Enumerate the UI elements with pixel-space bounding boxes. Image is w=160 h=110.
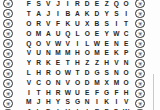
grid-cell[interactable]: D [92,9,102,19]
bead-spoke-glyph: ✳ [5,71,10,77]
grid-cell[interactable]: T [121,19,131,29]
grid-cell[interactable]: H [121,87,131,97]
grid-cell[interactable]: W [63,87,73,97]
grid-cell[interactable]: Y [102,28,112,38]
grid-cell[interactable]: N [112,68,122,78]
grid-cell[interactable]: W [53,38,63,48]
grid-cell[interactable]: G [102,87,112,97]
grid-cell[interactable]: Y [24,58,34,68]
bead-spoke-glyph: ✳ [137,51,142,57]
bead-spoke-glyph: ✳ [137,81,142,87]
grid-cell[interactable]: I [112,19,122,29]
grid-cell[interactable]: Y [102,9,112,19]
grid-cell[interactable]: G [92,68,102,78]
grid-cell[interactable]: Y [53,97,63,107]
chain-bead-icon: ✳ [3,89,12,98]
grid-cell[interactable]: N [82,97,92,107]
bead-spoke-glyph: ✳ [137,1,142,7]
grid-cell[interactable]: D [82,68,92,78]
bead-spoke-glyph: ✳ [5,101,10,107]
grid-cell[interactable]: D [112,107,122,110]
grid-cell[interactable]: N [43,48,53,58]
grid-cell[interactable]: M [24,97,34,107]
grid-cell[interactable]: I [73,38,83,48]
grid-cell[interactable]: S [112,9,122,19]
grid-cell[interactable]: R [34,19,44,29]
grid-cell[interactable]: O [24,28,34,38]
grid-cell[interactable]: F [53,19,63,29]
grid-cell[interactable]: Z [92,58,102,68]
bead-spoke-glyph: ✳ [5,51,10,57]
chain-bead-icon: ✳ [3,69,12,78]
bead-spoke-glyph: ✳ [137,71,142,77]
grid-cell[interactable]: W [63,68,73,78]
grid-cell[interactable]: A [34,9,44,19]
chain-bead-icon: ✳ [3,29,12,38]
bead-spoke-glyph: ✳ [5,21,10,27]
chain-bead-icon: ✳ [135,59,144,68]
grid-cell[interactable]: D [82,0,92,9]
grid-cell[interactable]: C [34,77,44,87]
chain-bead-icon: ✳ [135,29,144,38]
chain-bead-icon: ✳ [135,79,144,88]
grid-cell[interactable]: U [34,48,44,58]
grid-cell[interactable]: I [112,97,122,107]
grid-cell[interactable]: R [73,0,83,9]
grid-cell[interactable]: H [34,68,44,78]
grid-cell[interactable]: E [92,107,102,110]
grid-cell[interactable]: M [112,77,122,87]
grid-cell[interactable]: S [63,97,73,107]
chain-bead-icon: ✳ [135,69,144,78]
grid-cell[interactable]: K [102,97,112,107]
grid-cell[interactable]: O [121,68,131,78]
grid-cell[interactable]: T [73,68,83,78]
grid-cell[interactable]: J [43,9,53,19]
grid-cell[interactable]: K [63,19,73,29]
chain-bead-icon: ✳ [135,89,144,98]
chain-bead-icon: ✳ [3,79,12,88]
chain-bead-icon: ✳ [3,9,12,18]
grid-cell[interactable]: G [73,97,83,107]
grid-cell[interactable]: J [53,0,63,9]
grid-cell[interactable]: M [92,77,102,87]
grid-cell[interactable]: C [121,28,131,38]
grid-cell[interactable]: V [24,77,34,87]
grid-cell[interactable]: R [53,87,63,97]
grid-cell[interactable]: I [92,97,102,107]
grid-cell[interactable]: M [63,48,73,58]
grid-cell[interactable]: M [53,48,63,58]
chain-bead-icon: ✳ [3,59,12,68]
grid-cell[interactable]: O [73,77,83,87]
grid-cell[interactable]: K [43,58,53,68]
grid-cell[interactable]: W [92,38,102,48]
grid-cell[interactable]: Q [112,0,122,9]
grid-cell[interactable]: I [53,107,63,110]
grid-cell[interactable]: H [73,58,83,68]
grid-cell[interactable]: O [34,38,44,48]
grid-cell[interactable]: T [34,87,44,97]
grid-cell[interactable]: I [53,9,63,19]
bead-spoke-glyph: ✳ [137,91,142,97]
grid-cell[interactable]: U [73,87,83,97]
grid-cell[interactable]: V [112,58,122,68]
chain-bead-icon: ✳ [135,0,144,8]
chain-bead-icon: ✳ [3,49,12,58]
grid-cell[interactable]: V [63,107,73,110]
bead-spoke-glyph: ✳ [137,61,142,67]
chain-bead-icon: ✳ [135,9,144,18]
chain-bead-icon: ✳ [3,39,12,48]
grid-cell[interactable]: E [92,28,102,38]
grid-cell[interactable]: F [112,87,122,97]
grid-cell[interactable]: V [43,38,53,48]
chain-bead-icon: ✳ [3,109,12,110]
grid-cell[interactable]: E [121,38,131,48]
grid-cell[interactable]: V [24,48,34,58]
chain-bead-icon: ✳ [135,39,144,48]
grid-cell[interactable]: V [63,38,73,48]
grid-cell[interactable]: P [121,48,131,58]
grid-cell[interactable]: Z [82,58,92,68]
grid-cell[interactable]: O [24,19,34,29]
grid-cell[interactable]: S [102,19,112,29]
grid-cell[interactable]: L [24,68,34,78]
grid-cell[interactable]: E [82,87,92,97]
grid-cell[interactable]: F [92,87,102,97]
grid-cell[interactable]: E [92,0,102,9]
grid-cell[interactable]: O [82,28,92,38]
chain-bead-icon: ✳ [135,99,144,108]
bead-spoke-glyph: ✳ [5,91,10,97]
grid-cell[interactable]: L [73,28,83,38]
grid-cell[interactable]: O [43,77,53,87]
grid-cell[interactable]: Z [102,0,112,9]
grid-cell[interactable]: T [63,58,73,68]
grid-cell[interactable]: B [92,19,102,29]
grid-cell[interactable]: H [73,48,83,58]
bead-spoke-glyph: ✳ [137,11,142,17]
grid-cell[interactable]: I [63,0,73,9]
grid-cell[interactable]: X [82,19,92,29]
bead-spoke-glyph: ✳ [5,81,10,87]
grid-cell[interactable]: V [63,77,73,87]
grid-cell[interactable]: H [43,97,53,107]
grid-cell[interactable]: X [102,77,112,87]
grid-cell[interactable]: A [73,9,83,19]
chain-bead-icon: ✳ [135,49,144,58]
bead-spoke-glyph: ✳ [5,11,10,17]
chain-border-left: ✳✳✳✳✳✳✳✳✳✳✳✳✳ [3,0,13,110]
grid-cell[interactable]: U [73,19,83,29]
grid-cell[interactable]: I [24,87,34,97]
grid-cell[interactable]: K [82,9,92,19]
grid-cell[interactable]: S [102,68,112,78]
grid-cell[interactable]: P [102,107,112,110]
grid-cell[interactable]: D [82,77,92,87]
bead-spoke-glyph: ✳ [137,101,142,107]
grid-cell[interactable]: J [34,97,44,107]
chain-bead-icon: ✳ [135,109,144,110]
grid-cell[interactable]: R [43,68,53,78]
grid-cell[interactable]: V [43,19,53,29]
grid-cell[interactable]: M [92,48,102,58]
grid-cell[interactable]: N [112,38,122,48]
grid-cell[interactable]: H [43,87,53,97]
grid-cell[interactable]: E [53,58,63,68]
bead-spoke-glyph: ✳ [5,41,10,47]
chain-bead-icon: ✳ [135,19,144,28]
grid-cell[interactable]: T [24,9,34,19]
bead-spoke-glyph: ✳ [137,31,142,37]
grid-cell[interactable]: E [102,48,112,58]
grid-cell[interactable]: Q [63,28,73,38]
chain-border-right: ✳✳✳✳✳✳✳✳✳✳✳✳✳ [135,0,145,110]
grid-cell[interactable]: O [121,0,131,9]
grid-cell[interactable]: A [43,28,53,38]
bead-spoke-glyph: ✳ [137,21,142,27]
vertical-fine-print [153,74,154,110]
grid-cell[interactable]: I [73,107,83,110]
bead-spoke-glyph: ✳ [5,1,10,7]
chain-bead-icon: ✳ [3,0,12,8]
chain-bead-icon: ✳ [3,99,12,108]
grid-cell[interactable]: W [121,107,131,110]
grid-cell[interactable]: R [34,58,44,68]
grid-cell[interactable]: I [121,9,131,19]
grid-cell[interactable]: J [24,107,34,110]
grid-cell[interactable]: O [121,77,131,87]
grid-cell[interactable]: N [53,77,63,87]
bead-spoke-glyph: ✳ [5,31,10,37]
grid-cell[interactable]: E [102,38,112,48]
grid-cell[interactable]: L [82,38,92,48]
grid-cell[interactable]: K [112,48,122,58]
grid-cell[interactable]: L [34,107,44,110]
grid-cell[interactable]: P [43,107,53,110]
puzzle-sheet: ✳✳✳✳✳✳✳✳✳✳✳✳✳ FSVJIRDEZQOTAJIBAKDYSIORVF… [0,0,160,110]
grid-cell[interactable]: N [121,58,131,68]
grid-cell[interactable]: S [34,0,44,9]
grid-cell[interactable]: O [82,48,92,58]
word-search-grid: FSVJIRDEZQOTAJIBAKDYSIORVFKUXBSITOMAUQLO… [24,0,131,110]
bead-spoke-glyph: ✳ [5,61,10,67]
grid-cell[interactable]: B [63,9,73,19]
grid-cell[interactable]: V [43,0,53,9]
grid-cell[interactable]: U [53,28,63,38]
grid-cell[interactable]: M [34,28,44,38]
chain-bead-icon: ✳ [3,19,12,28]
grid-cell[interactable]: O [53,68,63,78]
grid-cell[interactable]: W [112,28,122,38]
grid-cell[interactable]: Q [24,38,34,48]
grid-cell[interactable]: I [82,107,92,110]
grid-cell[interactable]: H [102,58,112,68]
grid-cell[interactable]: V [121,97,131,107]
grid-cell[interactable]: F [24,0,34,9]
bead-spoke-glyph: ✳ [137,41,142,47]
